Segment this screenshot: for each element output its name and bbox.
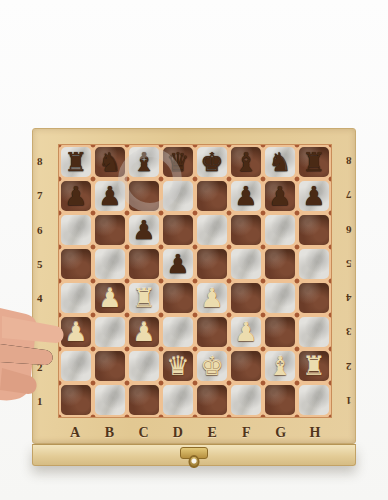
square-f7[interactable]: ♟ <box>229 179 263 213</box>
file-label-h: H <box>298 425 332 441</box>
file-label-b: B <box>92 425 126 441</box>
square-d8[interactable]: ♛ <box>161 145 195 179</box>
square-e2[interactable]: ♚ <box>195 349 229 383</box>
square-f2[interactable] <box>229 349 263 383</box>
square-d1[interactable] <box>161 383 195 417</box>
square-d2[interactable]: ♛ <box>161 349 195 383</box>
square-d4[interactable] <box>161 281 195 315</box>
square-f5[interactable] <box>229 247 263 281</box>
square-c2[interactable] <box>127 349 161 383</box>
piece-white-pawn-f3[interactable]: ♟ <box>234 317 257 347</box>
square-d6[interactable] <box>161 213 195 247</box>
square-f6[interactable] <box>229 213 263 247</box>
piece-black-pawn-c6[interactable]: ♟ <box>132 215 155 245</box>
rank-label-5: 5 <box>346 247 352 281</box>
square-g1[interactable] <box>263 383 297 417</box>
file-label-f: F <box>229 425 263 441</box>
square-g7[interactable]: ♟ <box>263 179 297 213</box>
square-d3[interactable] <box>161 315 195 349</box>
rank-label-7: 7 <box>346 178 352 212</box>
square-a8[interactable]: ♜ <box>59 145 93 179</box>
piece-white-queen-d2[interactable]: ♛ <box>166 351 189 381</box>
piece-white-rook-h2[interactable]: ♜ <box>302 351 325 381</box>
brass-clasp-ring[interactable] <box>189 455 200 468</box>
rank-label-6: 6 <box>37 213 43 247</box>
piece-black-pawn-g7[interactable]: ♟ <box>268 181 291 211</box>
square-f3[interactable]: ♟ <box>229 315 263 349</box>
square-g8[interactable]: ♞ <box>263 145 297 179</box>
square-g5[interactable] <box>263 247 297 281</box>
square-h1[interactable] <box>297 383 331 417</box>
chess-board: ♜♞♝♛♚♝♞♜♟♟♟♟♟♟♟♟♜♟♟♟♟♛♚♝♜ <box>59 145 331 417</box>
square-c8[interactable]: ♝ <box>127 145 161 179</box>
piece-black-pawn-h7[interactable]: ♟ <box>302 181 325 211</box>
square-h7[interactable]: ♟ <box>297 179 331 213</box>
piece-white-pawn-b4[interactable]: ♟ <box>98 283 121 313</box>
square-b3[interactable] <box>93 315 127 349</box>
square-f1[interactable] <box>229 383 263 417</box>
rank-label-1: 1 <box>346 384 352 418</box>
square-g6[interactable] <box>263 213 297 247</box>
file-label-a: A <box>58 425 92 441</box>
piece-black-queen-d8[interactable]: ♛ <box>166 147 189 177</box>
square-b2[interactable] <box>93 349 127 383</box>
board-surface: ♜♞♝♛♚♝♞♜♟♟♟♟♟♟♟♟♜♟♟♟♟♛♚♝♜ <box>58 144 332 418</box>
piece-black-pawn-d5[interactable]: ♟ <box>166 249 189 279</box>
square-c6[interactable]: ♟ <box>127 213 161 247</box>
box-front-edge <box>32 444 356 466</box>
square-b5[interactable] <box>93 247 127 281</box>
square-e7[interactable] <box>195 179 229 213</box>
hand <box>0 290 78 410</box>
square-a7[interactable]: ♟ <box>59 179 93 213</box>
square-g4[interactable] <box>263 281 297 315</box>
square-f8[interactable]: ♝ <box>229 145 263 179</box>
file-label-g: G <box>264 425 298 441</box>
rank-labels-right: 87654321 <box>346 144 352 418</box>
board-frame: 87654321 87654321 ♜♞♝♛♚♝♞♜♟♟♟♟♟♟♟♟♜♟♟♟♟♛… <box>32 128 356 444</box>
piece-black-knight-b8[interactable]: ♞ <box>98 147 121 177</box>
piece-black-king-e8[interactable]: ♚ <box>200 147 223 177</box>
square-h6[interactable] <box>297 213 331 247</box>
square-e3[interactable] <box>195 315 229 349</box>
square-a6[interactable] <box>59 213 93 247</box>
square-b7[interactable]: ♟ <box>93 179 127 213</box>
square-e1[interactable] <box>195 383 229 417</box>
piece-black-bishop-f8[interactable]: ♝ <box>234 147 257 177</box>
piece-black-pawn-a7[interactable]: ♟ <box>64 181 87 211</box>
chess-box: 87654321 87654321 ♜♞♝♛♚♝♞♜♟♟♟♟♟♟♟♟♜♟♟♟♟♛… <box>32 128 356 466</box>
square-h8[interactable]: ♜ <box>297 145 331 179</box>
square-b4[interactable]: ♟ <box>93 281 127 315</box>
square-f4[interactable] <box>229 281 263 315</box>
piece-white-bishop-g2[interactable]: ♝ <box>268 351 291 381</box>
square-c4[interactable]: ♜ <box>127 281 161 315</box>
file-labels-bottom: ABCDEFGH <box>58 425 332 441</box>
piece-black-bishop-c8[interactable]: ♝ <box>132 147 155 177</box>
square-c3[interactable]: ♟ <box>127 315 161 349</box>
piece-white-rook-c4[interactable]: ♜ <box>132 283 155 313</box>
square-b8[interactable]: ♞ <box>93 145 127 179</box>
square-e6[interactable] <box>195 213 229 247</box>
square-d7[interactable] <box>161 179 195 213</box>
square-c5[interactable] <box>127 247 161 281</box>
square-e5[interactable] <box>195 247 229 281</box>
square-b1[interactable] <box>93 383 127 417</box>
square-c7[interactable] <box>127 179 161 213</box>
square-g2[interactable]: ♝ <box>263 349 297 383</box>
piece-white-king-e2[interactable]: ♚ <box>200 351 223 381</box>
rank-label-5: 5 <box>37 247 43 281</box>
square-h5[interactable] <box>297 247 331 281</box>
piece-black-rook-a8[interactable]: ♜ <box>64 147 87 177</box>
rank-label-7: 7 <box>37 178 43 212</box>
square-g3[interactable] <box>263 315 297 349</box>
square-b6[interactable] <box>93 213 127 247</box>
square-a5[interactable] <box>59 247 93 281</box>
file-label-e: E <box>195 425 229 441</box>
piece-black-pawn-f7[interactable]: ♟ <box>234 181 257 211</box>
rank-label-8: 8 <box>346 144 352 178</box>
rank-label-8: 8 <box>37 144 43 178</box>
file-label-c: C <box>127 425 161 441</box>
square-h3[interactable] <box>297 315 331 349</box>
square-h4[interactable] <box>297 281 331 315</box>
square-e8[interactable]: ♚ <box>195 145 229 179</box>
piece-white-pawn-e4[interactable]: ♟ <box>200 283 223 313</box>
piece-black-pawn-b7[interactable]: ♟ <box>98 181 121 211</box>
rank-label-3: 3 <box>346 315 352 349</box>
rank-label-6: 6 <box>346 213 352 247</box>
square-e4[interactable]: ♟ <box>195 281 229 315</box>
piece-white-pawn-c3[interactable]: ♟ <box>132 317 155 347</box>
photo-canvas: 87654321 87654321 ♜♞♝♛♚♝♞♜♟♟♟♟♟♟♟♟♜♟♟♟♟♛… <box>0 0 388 500</box>
piece-black-knight-g8[interactable]: ♞ <box>268 147 291 177</box>
file-label-d: D <box>161 425 195 441</box>
square-c1[interactable] <box>127 383 161 417</box>
rank-label-2: 2 <box>346 350 352 384</box>
rank-label-4: 4 <box>346 281 352 315</box>
square-h2[interactable]: ♜ <box>297 349 331 383</box>
piece-black-rook-h8[interactable]: ♜ <box>302 147 325 177</box>
square-d5[interactable]: ♟ <box>161 247 195 281</box>
